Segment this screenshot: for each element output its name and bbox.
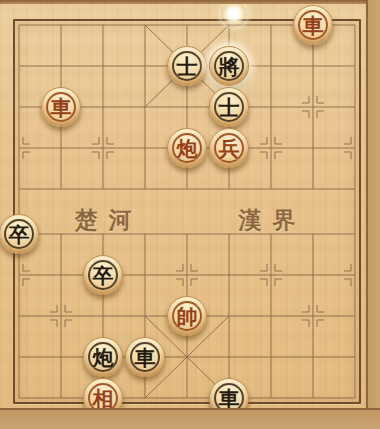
river-label-han-jie: 漢界 — [234, 205, 307, 236]
piece-black-cannon-f3r9[interactable]: 炮 — [83, 337, 123, 377]
piece-black-advisor-f5r2[interactable]: 士 — [167, 46, 207, 86]
piece-glyph: 卒 — [0, 215, 38, 253]
xiangqi-board-stage: 楚河 漢界 車士將車士炮兵卒卒帥炮車相車 — [0, 0, 380, 429]
piece-red-cannon-f5r4[interactable]: 炮 — [167, 128, 207, 168]
piece-glyph: 車 — [42, 88, 80, 126]
piece-black-soldier-f1r6[interactable]: 卒 — [0, 214, 39, 254]
board-edge-top — [0, 0, 380, 4]
board-edge-bottom — [0, 408, 380, 429]
piece-glyph: 將 — [210, 47, 248, 85]
piece-glyph: 帥 — [168, 297, 206, 335]
piece-black-advisor-f6r3[interactable]: 士 — [209, 87, 249, 127]
piece-red-chariot-f2r3[interactable]: 車 — [41, 87, 81, 127]
piece-black-chariot-f4r9[interactable]: 車 — [125, 337, 165, 377]
piece-glyph: 炮 — [84, 338, 122, 376]
piece-glyph: 士 — [210, 88, 248, 126]
piece-glyph: 車 — [126, 338, 164, 376]
piece-red-soldier-f6r4[interactable]: 兵 — [209, 128, 249, 168]
piece-black-general-f6r2[interactable]: 將 — [209, 46, 249, 86]
piece-glyph: 卒 — [84, 256, 122, 294]
piece-glyph: 車 — [294, 6, 332, 44]
piece-red-chariot-f8r1[interactable]: 車 — [293, 5, 333, 45]
piece-glyph: 兵 — [210, 129, 248, 167]
board-edge-right — [366, 0, 380, 429]
piece-glyph: 士 — [168, 47, 206, 85]
piece-glyph: 炮 — [168, 129, 206, 167]
piece-red-general-f5r8[interactable]: 帥 — [167, 296, 207, 336]
piece-black-soldier-f3r7[interactable]: 卒 — [83, 255, 123, 295]
river-label-chu-he: 楚河 — [70, 205, 143, 236]
